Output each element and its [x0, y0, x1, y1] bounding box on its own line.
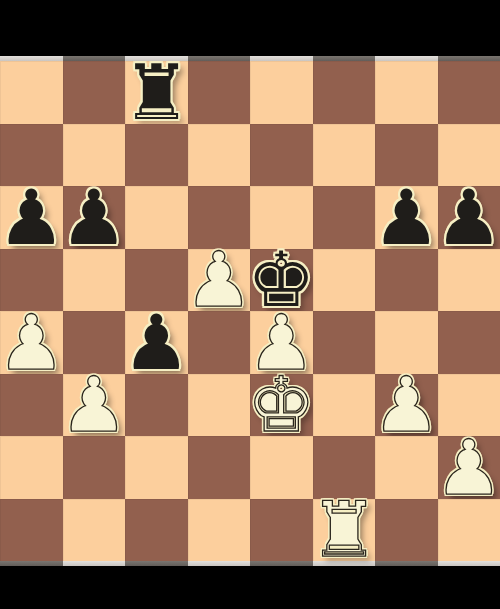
- square-d7[interactable]: [188, 124, 251, 187]
- app-window: ♜♟♟♟♟♟♚♟♟♟♟♚♟♟♜: [0, 0, 500, 609]
- square-d8[interactable]: [188, 61, 251, 124]
- square-a6[interactable]: ♟: [0, 186, 63, 249]
- square-g5[interactable]: [375, 249, 438, 312]
- square-a8[interactable]: [0, 61, 63, 124]
- square-g8[interactable]: [375, 61, 438, 124]
- board-edge-segment: [0, 561, 63, 566]
- square-c2[interactable]: [125, 436, 188, 499]
- square-c8[interactable]: ♜: [125, 61, 188, 124]
- square-h5[interactable]: [438, 249, 500, 312]
- square-c1[interactable]: [125, 499, 188, 562]
- square-c3[interactable]: [125, 374, 188, 437]
- square-b3[interactable]: ♟: [63, 374, 126, 437]
- square-a4[interactable]: ♟: [0, 311, 63, 374]
- board-edge-segment: [125, 561, 188, 566]
- square-h1[interactable]: [438, 499, 500, 562]
- square-g2[interactable]: [375, 436, 438, 499]
- square-d3[interactable]: [188, 374, 251, 437]
- square-h8[interactable]: [438, 61, 500, 124]
- square-c7[interactable]: [125, 124, 188, 187]
- square-h4[interactable]: [438, 311, 500, 374]
- square-g1[interactable]: [375, 499, 438, 562]
- square-e3[interactable]: ♚: [250, 374, 313, 437]
- square-a1[interactable]: [0, 499, 63, 562]
- square-d5[interactable]: ♟: [188, 249, 251, 312]
- square-f7[interactable]: [313, 124, 376, 187]
- square-d4[interactable]: [188, 311, 251, 374]
- square-f1[interactable]: ♜: [313, 499, 376, 562]
- square-b2[interactable]: [63, 436, 126, 499]
- square-g3[interactable]: ♟: [375, 374, 438, 437]
- square-f8[interactable]: [313, 61, 376, 124]
- square-f5[interactable]: [313, 249, 376, 312]
- square-f6[interactable]: [313, 186, 376, 249]
- square-b8[interactable]: [63, 61, 126, 124]
- square-g6[interactable]: ♟: [375, 186, 438, 249]
- square-h2[interactable]: ♟: [438, 436, 500, 499]
- square-d2[interactable]: [188, 436, 251, 499]
- board-edge-segment: [438, 561, 500, 566]
- chess-board: ♜♟♟♟♟♟♚♟♟♟♟♚♟♟♜: [0, 56, 500, 566]
- square-h6[interactable]: ♟: [438, 186, 500, 249]
- square-b6[interactable]: ♟: [63, 186, 126, 249]
- square-c4[interactable]: ♟: [125, 311, 188, 374]
- square-e8[interactable]: [250, 61, 313, 124]
- board-edge-segment: [63, 561, 126, 566]
- square-e7[interactable]: [250, 124, 313, 187]
- square-e1[interactable]: [250, 499, 313, 562]
- board-edge-segment: [250, 561, 313, 566]
- board-edge-bottom: [0, 561, 500, 566]
- square-b1[interactable]: [63, 499, 126, 562]
- square-f4[interactable]: [313, 311, 376, 374]
- square-f3[interactable]: [313, 374, 376, 437]
- board-squares: ♜♟♟♟♟♟♚♟♟♟♟♚♟♟♜: [0, 61, 500, 561]
- square-e2[interactable]: [250, 436, 313, 499]
- white-rook[interactable]: ♜: [310, 485, 378, 574]
- square-d1[interactable]: [188, 499, 251, 562]
- board-edge-segment: [188, 561, 251, 566]
- square-b5[interactable]: [63, 249, 126, 312]
- square-a3[interactable]: [0, 374, 63, 437]
- square-a2[interactable]: [0, 436, 63, 499]
- board-edge-segment: [375, 561, 438, 566]
- square-c6[interactable]: [125, 186, 188, 249]
